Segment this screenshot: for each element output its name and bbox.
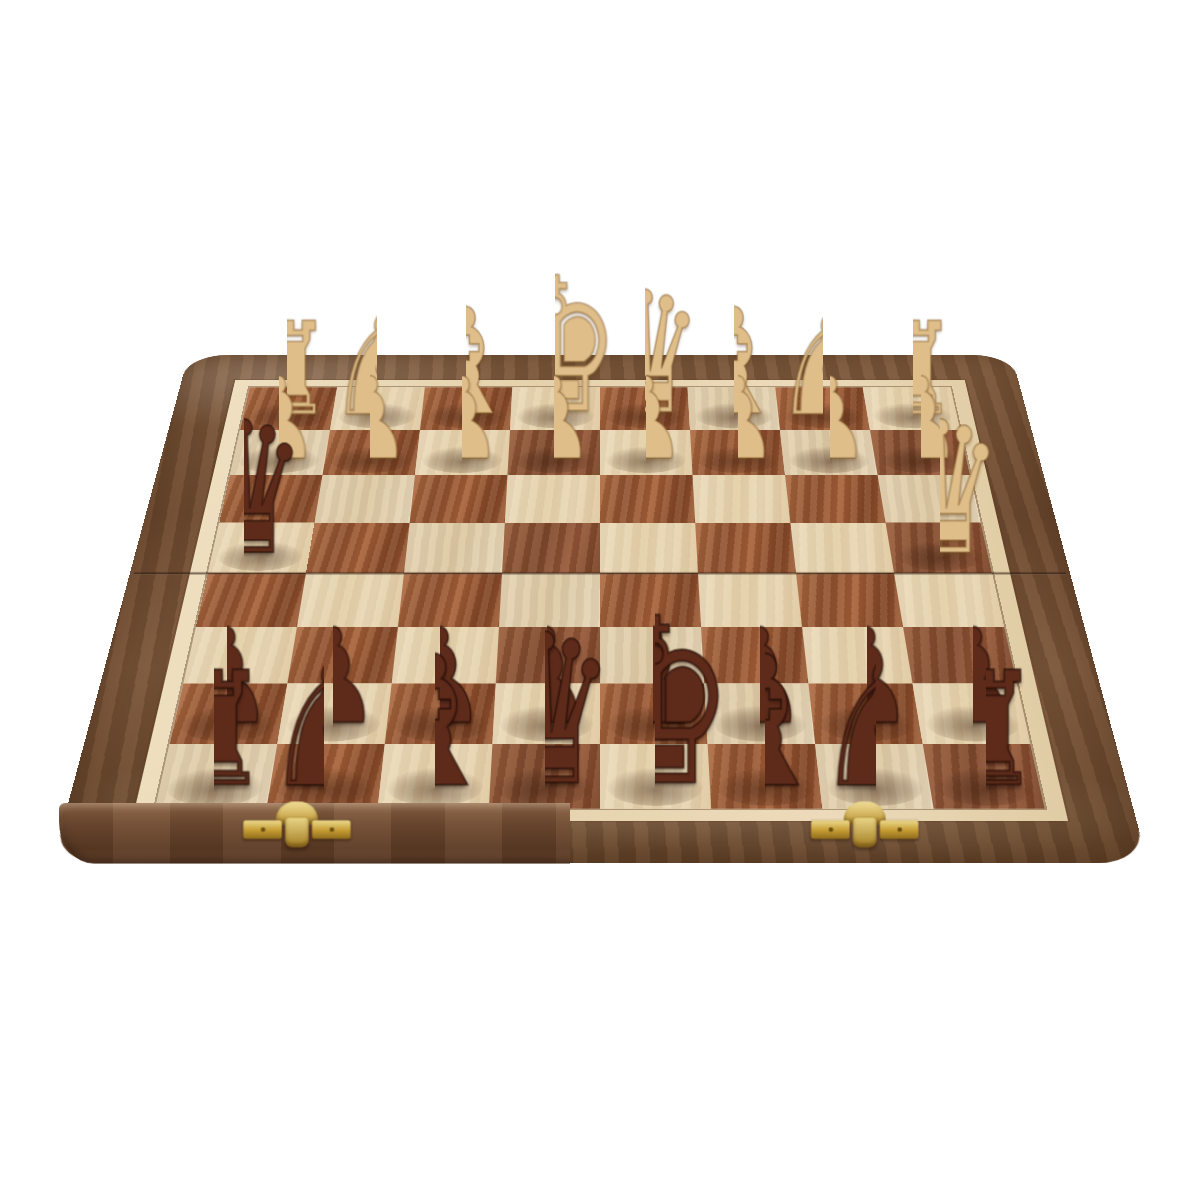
piece-shadow <box>782 403 864 428</box>
latch-plate-icon <box>243 820 281 839</box>
square-h3[interactable] <box>219 475 322 523</box>
square-d5[interactable] <box>600 573 701 627</box>
piece-shadow <box>712 706 809 742</box>
piece-shadow <box>515 403 594 428</box>
square-b7[interactable]: ♟ <box>808 683 922 744</box>
square-e3[interactable] <box>505 475 600 523</box>
piece-shadow <box>787 447 871 473</box>
piece-shadow <box>328 447 412 473</box>
square-d4[interactable] <box>600 523 698 573</box>
latch-plate-icon <box>811 820 849 839</box>
piece-shadow <box>933 768 1037 806</box>
square-g5[interactable] <box>297 573 404 627</box>
square-a2[interactable]: ♟ <box>870 430 970 475</box>
square-e5[interactable] <box>499 573 600 627</box>
square-a6[interactable] <box>903 627 1017 684</box>
piece-shadow <box>499 706 594 742</box>
square-a7[interactable]: ♟ <box>913 683 1031 744</box>
piece-shadow <box>607 768 705 806</box>
square-g8[interactable]: ♞ <box>266 744 384 809</box>
piece-shadow <box>284 706 383 742</box>
perspective-wrapper: ♜♞♝♚♛♝♞♜♟♟♟♟♟♟♟♟♛♛♟♟♟♟♟♟♟♟♜♞♝♛♚♝♞♜ <box>0 0 1200 1200</box>
square-d6[interactable] <box>600 627 704 684</box>
square-e2[interactable]: ♟ <box>507 430 600 475</box>
square-f8[interactable]: ♝ <box>378 744 493 809</box>
square-f7[interactable]: ♟ <box>385 683 496 744</box>
piece-shadow <box>605 403 684 428</box>
piece-shadow <box>513 447 594 473</box>
latch-plate-icon <box>312 820 350 839</box>
piece-shadow <box>162 768 266 806</box>
chess-board: ♜♞♝♚♛♝♞♜♟♟♟♟♟♟♟♟♛♛♟♟♟♟♟♟♟♟♜♞♝♛♚♝♞♜ <box>52 355 1148 863</box>
square-c5[interactable] <box>698 573 802 627</box>
product-photo-scene: ♜♞♝♚♛♝♞♜♟♟♟♟♟♟♟♟♛♛♟♟♟♟♟♟♟♟♜♞♝♛♚♝♞♜ <box>0 0 1200 1200</box>
piece-shadow <box>894 541 985 571</box>
square-d3[interactable] <box>600 475 695 523</box>
square-h1[interactable]: ♜ <box>240 387 337 430</box>
piece-shadow <box>878 447 964 473</box>
square-f5[interactable] <box>398 573 502 627</box>
square-f2[interactable]: ♟ <box>415 430 510 475</box>
piece-shadow <box>923 706 1024 742</box>
piece-shadow <box>817 706 916 742</box>
piece-shadow <box>696 447 779 473</box>
square-b8[interactable]: ♞ <box>815 744 933 809</box>
square-b1[interactable]: ♞ <box>775 387 870 430</box>
square-d1[interactable]: ♛ <box>600 387 690 430</box>
piece-shadow <box>824 768 926 806</box>
piece-shadow <box>605 447 686 473</box>
square-c4[interactable] <box>695 523 796 573</box>
square-h2[interactable]: ♟ <box>230 430 330 475</box>
square-c7[interactable]: ♟ <box>704 683 815 744</box>
board-border-frame: ♜♞♝♚♛♝♞♜♟♟♟♟♟♟♟♟♛♛♟♟♟♟♟♟♟♟♜♞♝♛♚♝♞♜ <box>132 380 1068 821</box>
piece-shadow <box>715 768 815 806</box>
brass-latch-left[interactable] <box>243 814 350 847</box>
square-f1[interactable]: ♝ <box>420 387 512 430</box>
piece-shadow <box>273 768 375 806</box>
piece-shadow <box>385 768 485 806</box>
square-g7[interactable]: ♟ <box>277 683 391 744</box>
square-g1[interactable]: ♞ <box>330 387 425 430</box>
piece-shadow <box>426 403 507 428</box>
square-a1[interactable]: ♜ <box>863 387 960 430</box>
square-a5[interactable] <box>894 573 1004 627</box>
square-b4[interactable] <box>790 523 894 573</box>
piece-shadow <box>236 447 322 473</box>
square-e6[interactable] <box>496 627 600 684</box>
piece-shadow <box>606 706 701 742</box>
square-a4[interactable]: ♛ <box>886 523 992 573</box>
square-d2[interactable]: ♟ <box>600 430 693 475</box>
square-c3[interactable] <box>693 475 791 523</box>
square-f4[interactable] <box>404 523 505 573</box>
square-f6[interactable] <box>392 627 499 684</box>
square-g3[interactable] <box>314 475 415 523</box>
latch-hook-icon <box>285 818 308 847</box>
square-c1[interactable]: ♝ <box>688 387 780 430</box>
square-h8[interactable]: ♜ <box>155 744 277 809</box>
square-h4[interactable]: ♛ <box>208 523 314 573</box>
square-d7[interactable]: ♟ <box>600 683 708 744</box>
square-h7[interactable]: ♟ <box>170 683 288 744</box>
square-g2[interactable]: ♟ <box>322 430 420 475</box>
square-c2[interactable]: ♟ <box>690 430 785 475</box>
piece-shadow <box>694 403 775 428</box>
square-e7[interactable]: ♟ <box>492 683 600 744</box>
latch-plate-icon <box>880 820 918 839</box>
piece-shadow <box>177 706 278 742</box>
board-case-front <box>59 803 1141 864</box>
brass-latch-right[interactable] <box>811 814 918 847</box>
square-b3[interactable] <box>785 475 886 523</box>
piece-shadow <box>421 447 504 473</box>
latch-hook-icon <box>853 818 876 847</box>
square-a8[interactable]: ♜ <box>923 744 1045 809</box>
square-g4[interactable] <box>306 523 410 573</box>
square-h5[interactable] <box>196 573 306 627</box>
square-b5[interactable] <box>796 573 903 627</box>
square-g6[interactable] <box>287 627 398 684</box>
piece-shadow <box>214 541 305 571</box>
square-b6[interactable] <box>802 627 913 684</box>
square-e1[interactable]: ♚ <box>510 387 600 430</box>
chess-grid: ♜♞♝♚♛♝♞♜♟♟♟♟♟♟♟♟♛♛♟♟♟♟♟♟♟♟♜♞♝♛♚♝♞♜ <box>155 387 1045 808</box>
square-c8[interactable]: ♝ <box>708 744 823 809</box>
piece-shadow <box>392 706 489 742</box>
square-e4[interactable] <box>502 523 600 573</box>
square-f3[interactable] <box>410 475 508 523</box>
square-d8[interactable]: ♚ <box>600 744 711 809</box>
square-h6[interactable] <box>183 627 297 684</box>
piece-shadow <box>496 768 594 806</box>
square-c6[interactable] <box>701 627 808 684</box>
square-e8[interactable]: ♛ <box>489 744 600 809</box>
board-case-top: ♜♞♝♚♛♝♞♜♟♟♟♟♟♟♟♟♛♛♟♟♟♟♟♟♟♟♜♞♝♛♚♝♞♜ <box>52 355 1148 863</box>
piece-shadow <box>246 403 329 428</box>
piece-shadow <box>336 403 418 428</box>
square-b2[interactable]: ♟ <box>780 430 878 475</box>
piece-shadow <box>871 403 954 428</box>
square-a3[interactable] <box>878 475 981 523</box>
